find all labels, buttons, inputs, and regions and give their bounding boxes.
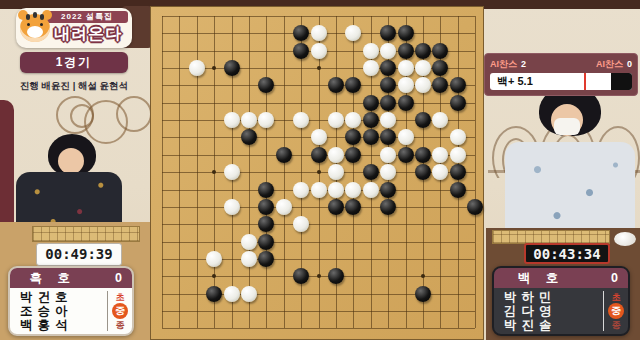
white-team-score: 0 xyxy=(611,268,618,288)
stage-badge-early: 초 xyxy=(116,292,125,302)
white-team-clock: 00:43:34 xyxy=(524,243,610,264)
white-stone xyxy=(189,60,205,76)
white-stone xyxy=(241,112,257,128)
white-stone xyxy=(293,182,309,198)
white-stone xyxy=(398,129,414,145)
black-stone xyxy=(380,95,396,111)
white-stone xyxy=(293,112,309,128)
black-stone xyxy=(363,112,379,128)
credits-text: 진행 배윤진 | 해설 윤현석 xyxy=(6,79,142,93)
white-stone xyxy=(328,182,344,198)
white-stone xyxy=(328,147,344,163)
white-stone xyxy=(415,77,431,93)
star-point xyxy=(421,274,425,278)
black-stone xyxy=(276,147,292,163)
black-stone xyxy=(398,95,414,111)
show-title: 내려온다 xyxy=(44,23,132,45)
black-stone xyxy=(398,25,414,41)
black-stone xyxy=(467,199,483,215)
white-stone xyxy=(450,147,466,163)
black-stone xyxy=(293,43,309,59)
white-stone xyxy=(450,129,466,145)
black-stone xyxy=(293,25,309,41)
black-stone xyxy=(415,286,431,302)
go-board xyxy=(150,6,484,340)
white-stone xyxy=(363,60,379,76)
star-point xyxy=(212,274,216,278)
stage-badge-end: 종 xyxy=(612,320,621,330)
black-stone xyxy=(345,199,361,215)
black-stone xyxy=(293,268,309,284)
black-stone xyxy=(345,147,361,163)
white-team-header: 백 호 0 xyxy=(494,268,628,288)
black-stone xyxy=(415,147,431,163)
star-point xyxy=(212,66,216,70)
white-stone xyxy=(311,25,327,41)
black-team-score: 0 xyxy=(115,268,122,288)
white-stone xyxy=(224,164,240,180)
white-stone xyxy=(345,182,361,198)
black-team-name: 흑 호 xyxy=(10,268,95,288)
ai-chance-left-count: 2 xyxy=(521,59,526,69)
star-point xyxy=(317,274,321,278)
black-stone xyxy=(311,147,327,163)
white-stone xyxy=(398,60,414,76)
white-player-1: 박하민 xyxy=(504,290,603,304)
black-team-clock: 00:49:39 xyxy=(36,243,122,266)
black-stage-badges: 초 중 종 xyxy=(107,291,132,331)
white-stone xyxy=(380,112,396,128)
white-player-2: 김다영 xyxy=(504,304,603,318)
ai-chance-right-count: 0 xyxy=(627,59,632,69)
black-stone xyxy=(415,43,431,59)
show-subtitle: 2022 설특집 xyxy=(46,11,128,23)
black-stone xyxy=(380,199,396,215)
black-stone xyxy=(224,60,240,76)
black-stone xyxy=(415,112,431,128)
black-stone xyxy=(258,216,274,232)
tiger-logo-icon xyxy=(18,10,52,46)
black-stone xyxy=(450,164,466,180)
star-point xyxy=(317,66,321,70)
black-stone xyxy=(258,182,274,198)
black-stone xyxy=(432,77,448,93)
goban-left xyxy=(32,226,140,242)
black-team-card: 흑 호 0 박건호 조승아 백홍석 초 중 종 xyxy=(8,266,134,336)
white-stone xyxy=(224,199,240,215)
broadcast-frame: 2022 설특집 내려온다 1경기 진행 배윤진 | 해설 윤현석 AI찬스2 … xyxy=(0,0,640,340)
black-stone xyxy=(328,77,344,93)
eval-center-marker xyxy=(584,73,586,90)
black-stone xyxy=(398,147,414,163)
black-stone xyxy=(206,286,222,302)
black-stone xyxy=(258,77,274,93)
star-point xyxy=(317,170,321,174)
white-stone xyxy=(398,77,414,93)
black-team-header: 흑 호 0 xyxy=(10,268,132,288)
black-player-1: 박건호 xyxy=(20,290,107,304)
white-stone xyxy=(380,43,396,59)
black-player-2: 조승아 xyxy=(20,304,107,318)
black-stone xyxy=(450,182,466,198)
white-stone xyxy=(241,286,257,302)
white-stone xyxy=(241,251,257,267)
white-stone xyxy=(432,164,448,180)
white-stone xyxy=(432,147,448,163)
white-stone xyxy=(311,43,327,59)
white-stone xyxy=(311,182,327,198)
ai-chance-labels: AI찬스2 AI찬스0 xyxy=(490,58,632,70)
white-team-name: 백 호 xyxy=(494,268,588,288)
white-stone xyxy=(380,147,396,163)
white-stone xyxy=(258,112,274,128)
white-stone xyxy=(328,112,344,128)
black-stone xyxy=(363,164,379,180)
black-stone xyxy=(450,77,466,93)
white-stone xyxy=(276,199,292,215)
black-stone xyxy=(380,77,396,93)
white-stone xyxy=(224,286,240,302)
wall-circle-art xyxy=(70,104,94,128)
white-stone xyxy=(432,112,448,128)
black-stone xyxy=(328,268,344,284)
black-stone xyxy=(415,164,431,180)
stage-badge-early: 초 xyxy=(612,292,621,302)
eval-score-text: 백+ 5.1 xyxy=(497,73,533,90)
white-stone xyxy=(415,60,431,76)
stage-badge-middle-active: 중 xyxy=(112,303,128,319)
black-stone xyxy=(450,95,466,111)
eval-black-segment xyxy=(611,73,632,90)
white-stone xyxy=(328,164,344,180)
black-stone xyxy=(241,129,257,145)
stone-bowl xyxy=(614,232,636,246)
white-stone xyxy=(224,112,240,128)
white-player-3: 박진솔 xyxy=(504,318,603,332)
white-stone xyxy=(206,251,222,267)
stage-badge-end: 종 xyxy=(116,320,125,330)
white-stone xyxy=(363,182,379,198)
black-stone xyxy=(345,129,361,145)
ai-eval-bar: 백+ 5.1 xyxy=(490,73,632,90)
black-stone xyxy=(363,129,379,145)
black-player-3: 백홍석 xyxy=(20,318,107,332)
black-stone xyxy=(380,60,396,76)
match-number-badge: 1경기 xyxy=(20,52,128,73)
goban-right xyxy=(492,230,610,244)
black-stone xyxy=(380,129,396,145)
wall-circle-art xyxy=(116,96,152,132)
black-stone xyxy=(258,251,274,267)
white-stone xyxy=(345,112,361,128)
stage-badge-middle-active: 중 xyxy=(608,303,624,319)
white-stage-badges: 초 중 종 xyxy=(603,291,628,331)
black-stone xyxy=(432,60,448,76)
black-stone xyxy=(328,199,344,215)
white-stone xyxy=(241,234,257,250)
ai-chance-right-label: AI찬스 xyxy=(596,59,623,69)
black-stone xyxy=(380,182,396,198)
black-stone xyxy=(345,77,361,93)
white-team-card: 백 호 0 박하민 김다영 박진솔 초 중 종 xyxy=(492,266,630,336)
ai-chance-left-label: AI찬스 xyxy=(490,59,517,69)
black-stone xyxy=(432,43,448,59)
player-right-figure xyxy=(495,84,640,234)
white-stone xyxy=(345,25,361,41)
black-stone xyxy=(380,25,396,41)
black-stone xyxy=(258,199,274,215)
black-stone xyxy=(363,95,379,111)
black-stone xyxy=(398,43,414,59)
white-stone xyxy=(311,129,327,145)
white-stone xyxy=(363,43,379,59)
star-point xyxy=(212,170,216,174)
white-stone xyxy=(380,164,396,180)
white-stone xyxy=(293,216,309,232)
black-stone xyxy=(258,234,274,250)
